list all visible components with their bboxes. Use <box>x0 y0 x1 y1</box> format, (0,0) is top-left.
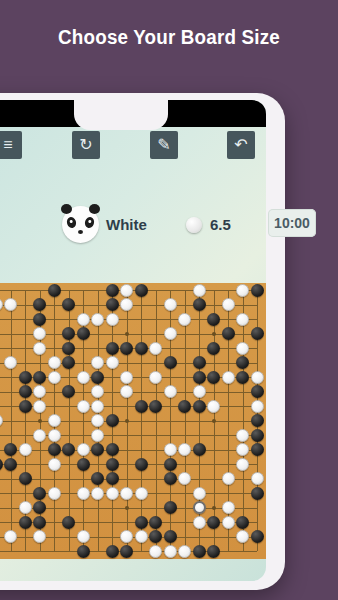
white-stone <box>77 443 90 456</box>
black-stone <box>48 443 61 456</box>
black-stone <box>120 545 133 558</box>
black-stone <box>62 342 75 355</box>
black-stone <box>193 371 206 384</box>
player-name-label: White <box>106 216 147 233</box>
white-stone-icon <box>186 217 202 233</box>
black-stone <box>251 443 264 456</box>
white-stone <box>236 530 249 543</box>
feather-button[interactable]: ✎ <box>150 131 178 159</box>
white-stone <box>236 429 249 442</box>
black-stone <box>207 313 220 326</box>
panda-eye <box>66 216 78 229</box>
white-stone <box>91 400 104 413</box>
black-stone <box>106 458 119 471</box>
white-stone <box>77 487 90 500</box>
white-stone <box>33 385 46 398</box>
black-stone <box>33 487 46 500</box>
white-stone <box>77 530 90 543</box>
white-stone <box>120 298 133 311</box>
white-stone <box>222 298 235 311</box>
hoshi-point <box>212 419 216 423</box>
white-stone <box>106 356 119 369</box>
black-stone <box>19 371 32 384</box>
white-stone <box>48 371 61 384</box>
black-stone <box>178 400 191 413</box>
undo-icon: ↶ <box>234 137 247 153</box>
black-stone <box>19 400 32 413</box>
white-stone <box>222 501 235 514</box>
phone-bezel <box>0 100 266 127</box>
black-stone <box>77 458 90 471</box>
komi-value: 6.5 <box>210 216 231 233</box>
white-stone <box>193 385 206 398</box>
grid-line <box>243 290 244 551</box>
black-stone <box>33 298 46 311</box>
black-stone <box>62 385 75 398</box>
white-stone <box>4 298 17 311</box>
white-stone <box>135 487 148 500</box>
black-stone <box>62 516 75 529</box>
black-stone <box>77 327 90 340</box>
timer-badge: 10:00 <box>268 209 316 237</box>
black-stone <box>91 371 104 384</box>
black-stone <box>106 472 119 485</box>
black-stone <box>207 342 220 355</box>
white-stone <box>106 487 119 500</box>
menu-icon: ≡ <box>3 137 12 153</box>
black-stone <box>135 516 148 529</box>
hoshi-point <box>125 332 129 336</box>
black-stone <box>149 530 162 543</box>
white-stone <box>48 356 61 369</box>
white-stone <box>149 545 162 558</box>
grid-line <box>185 290 186 551</box>
feather-icon: ✎ <box>157 137 170 153</box>
black-stone <box>106 298 119 311</box>
white-stone <box>120 385 133 398</box>
black-stone <box>164 472 177 485</box>
white-stone <box>19 443 32 456</box>
panda-avatar[interactable] <box>62 206 99 243</box>
white-stone <box>91 356 104 369</box>
black-stone <box>120 342 133 355</box>
panda-ear <box>89 204 100 214</box>
refresh-button[interactable]: ↻ <box>72 131 100 159</box>
black-stone <box>251 414 264 427</box>
black-stone <box>236 371 249 384</box>
black-stone <box>106 342 119 355</box>
black-stone <box>19 516 32 529</box>
white-stone <box>236 443 249 456</box>
black-stone <box>33 501 46 514</box>
white-stone <box>193 284 206 297</box>
black-stone <box>91 443 104 456</box>
white-stone <box>91 487 104 500</box>
white-stone <box>91 414 104 427</box>
black-stone <box>62 327 75 340</box>
grid-line <box>156 290 157 551</box>
black-stone <box>251 530 264 543</box>
white-stone <box>120 371 133 384</box>
black-stone <box>193 356 206 369</box>
white-stone <box>149 371 162 384</box>
black-stone <box>33 516 46 529</box>
black-stone <box>236 516 249 529</box>
white-stone <box>91 385 104 398</box>
black-stone <box>106 414 119 427</box>
white-stone <box>251 472 264 485</box>
grid-line <box>0 450 257 451</box>
white-stone <box>251 371 264 384</box>
black-stone <box>33 371 46 384</box>
grid-line <box>0 363 257 364</box>
white-stone <box>178 472 191 485</box>
black-stone <box>193 545 206 558</box>
white-stone <box>33 530 46 543</box>
white-stone <box>178 443 191 456</box>
screenshot-stage: Choose Your Board Size ≡ ↻ ✎ ↶ White 6.5… <box>0 0 338 600</box>
white-stone <box>222 371 235 384</box>
hoshi-point <box>212 506 216 510</box>
black-stone <box>193 400 206 413</box>
white-stone <box>178 545 191 558</box>
white-stone <box>207 400 220 413</box>
black-stone <box>164 530 177 543</box>
hoshi-point <box>125 419 129 423</box>
white-stone <box>236 313 249 326</box>
white-stone <box>222 516 235 529</box>
refresh-icon: ↻ <box>79 137 92 153</box>
white-stone <box>33 342 46 355</box>
white-stone <box>193 516 206 529</box>
black-stone <box>164 501 177 514</box>
white-stone <box>77 400 90 413</box>
black-stone <box>62 298 75 311</box>
white-stone <box>4 356 17 369</box>
grid-line <box>0 479 257 480</box>
hoshi-point <box>38 419 42 423</box>
black-stone <box>251 284 264 297</box>
white-stone <box>164 443 177 456</box>
black-stone <box>48 284 61 297</box>
white-stone <box>178 313 191 326</box>
grid-line <box>0 464 257 465</box>
white-stone <box>4 530 17 543</box>
white-stone <box>236 284 249 297</box>
white-stone <box>193 487 206 500</box>
white-stone <box>33 400 46 413</box>
white-stone <box>33 429 46 442</box>
black-stone <box>207 516 220 529</box>
black-stone <box>193 443 206 456</box>
black-stone <box>91 472 104 485</box>
white-stone <box>236 458 249 471</box>
black-stone <box>164 356 177 369</box>
panda-ear <box>61 204 72 214</box>
white-stone <box>135 530 148 543</box>
white-stone <box>106 313 119 326</box>
white-stone <box>91 429 104 442</box>
white-stone <box>236 342 249 355</box>
white-stone <box>91 313 104 326</box>
white-stone <box>149 342 162 355</box>
black-stone <box>106 545 119 558</box>
grid-line <box>141 290 142 551</box>
black-stone <box>251 429 264 442</box>
black-stone <box>0 458 3 471</box>
black-stone <box>236 356 249 369</box>
black-stone <box>149 516 162 529</box>
phone-notch <box>74 100 168 130</box>
panda-eye <box>84 216 96 229</box>
black-stone <box>135 342 148 355</box>
white-stone <box>193 501 206 514</box>
black-stone <box>135 284 148 297</box>
white-stone <box>120 284 133 297</box>
black-stone <box>62 443 75 456</box>
white-stone <box>120 487 133 500</box>
black-stone <box>62 356 75 369</box>
hoshi-point <box>212 332 216 336</box>
black-stone <box>106 284 119 297</box>
black-stone <box>19 472 32 485</box>
black-stone <box>207 371 220 384</box>
white-stone <box>164 545 177 558</box>
black-stone <box>19 385 32 398</box>
black-stone <box>251 327 264 340</box>
goban[interactable] <box>0 283 266 559</box>
black-stone <box>251 385 264 398</box>
white-stone <box>164 298 177 311</box>
black-stone <box>4 443 17 456</box>
white-stone <box>251 400 264 413</box>
undo-button[interactable]: ↶ <box>227 131 255 159</box>
white-stone <box>48 487 61 500</box>
white-stone <box>77 313 90 326</box>
white-stone <box>0 298 3 311</box>
white-stone <box>222 472 235 485</box>
white-stone <box>33 327 46 340</box>
timer-value: 10:00 <box>274 215 310 231</box>
menu-button[interactable]: ≡ <box>0 131 22 159</box>
white-stone <box>120 530 133 543</box>
black-stone <box>149 400 162 413</box>
page-title: Choose Your Board Size <box>10 26 328 49</box>
black-stone <box>4 458 17 471</box>
hoshi-point <box>125 506 129 510</box>
white-stone <box>48 458 61 471</box>
white-stone <box>19 501 32 514</box>
white-stone <box>48 429 61 442</box>
black-stone <box>193 298 206 311</box>
black-stone <box>135 458 148 471</box>
black-stone <box>135 400 148 413</box>
black-stone <box>207 545 220 558</box>
black-stone <box>33 313 46 326</box>
black-stone <box>106 443 119 456</box>
white-stone <box>0 414 3 427</box>
black-stone <box>222 327 235 340</box>
black-stone <box>164 458 177 471</box>
black-stone <box>77 545 90 558</box>
white-stone <box>48 414 61 427</box>
panda-nose <box>78 230 83 234</box>
white-stone <box>77 371 90 384</box>
white-stone <box>164 327 177 340</box>
white-stone <box>164 385 177 398</box>
black-stone <box>251 487 264 500</box>
